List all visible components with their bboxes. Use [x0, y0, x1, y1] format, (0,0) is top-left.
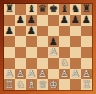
square-e2[interactable] — [48, 69, 59, 80]
square-g1[interactable] — [70, 79, 81, 90]
square-h7[interactable]: ♟ — [81, 15, 92, 26]
square-e3[interactable] — [48, 58, 59, 69]
piece-black-rook[interactable]: ♜ — [5, 4, 14, 14]
piece-white-rook[interactable]: ♖ — [82, 79, 91, 89]
piece-white-pawn[interactable]: ♙ — [71, 69, 80, 79]
piece-white-king[interactable]: ♔ — [49, 79, 58, 89]
square-f5[interactable] — [59, 36, 70, 47]
square-e6[interactable] — [48, 26, 59, 37]
square-d4[interactable] — [37, 47, 48, 58]
square-c7[interactable]: ♟ — [26, 15, 37, 26]
piece-black-king[interactable]: ♚ — [49, 4, 58, 14]
square-h1[interactable]: ♖ — [81, 79, 92, 90]
square-a4[interactable] — [4, 47, 15, 58]
piece-black-rook[interactable]: ♜ — [82, 4, 91, 14]
square-b3[interactable] — [15, 58, 26, 69]
piece-black-knight[interactable]: ♞ — [71, 4, 80, 14]
square-d1[interactable]: ♕ — [37, 79, 48, 90]
square-b5[interactable] — [15, 36, 26, 47]
square-f1[interactable] — [59, 79, 70, 90]
square-b4[interactable] — [15, 47, 26, 58]
square-g5[interactable] — [70, 36, 81, 47]
square-d8[interactable]: ♛ — [37, 4, 48, 15]
piece-white-pawn[interactable]: ♙ — [60, 69, 69, 79]
piece-black-pawn[interactable]: ♟ — [49, 36, 58, 46]
square-b8[interactable] — [15, 4, 26, 15]
square-a8[interactable]: ♜ — [4, 4, 15, 15]
square-a1[interactable]: ♖ — [4, 79, 15, 90]
square-h4[interactable] — [81, 47, 92, 58]
chess-board: ♜♝♛♚♝♞♜♟♟♟♟♟♟♟♟♙♘♙♙♙♙♙♙♙♖♘♗♕♔♖ — [4, 4, 92, 90]
square-d5[interactable] — [37, 36, 48, 47]
piece-black-pawn[interactable]: ♟ — [82, 15, 91, 25]
square-f4[interactable] — [59, 47, 70, 58]
square-h2[interactable]: ♙ — [81, 69, 92, 80]
square-a7[interactable] — [4, 15, 15, 26]
square-f6[interactable] — [59, 26, 70, 37]
square-g4[interactable] — [70, 47, 81, 58]
square-a6[interactable]: ♟ — [4, 26, 15, 37]
square-a5[interactable] — [4, 36, 15, 47]
piece-white-knight[interactable]: ♘ — [16, 79, 25, 89]
piece-black-pawn[interactable]: ♟ — [27, 26, 36, 36]
square-g8[interactable]: ♞ — [70, 4, 81, 15]
piece-white-pawn[interactable]: ♙ — [49, 47, 58, 57]
square-c8[interactable]: ♝ — [26, 4, 37, 15]
square-d7[interactable] — [37, 15, 48, 26]
piece-white-bishop[interactable]: ♗ — [27, 79, 36, 89]
square-g7[interactable]: ♟ — [70, 15, 81, 26]
square-b2[interactable]: ♙ — [15, 69, 26, 80]
square-f3[interactable]: ♘ — [59, 58, 70, 69]
square-f8[interactable]: ♝ — [59, 4, 70, 15]
square-e8[interactable]: ♚ — [48, 4, 59, 15]
square-g3[interactable] — [70, 58, 81, 69]
square-c1[interactable]: ♗ — [26, 79, 37, 90]
piece-white-rook[interactable]: ♖ — [5, 79, 14, 89]
piece-white-pawn[interactable]: ♙ — [5, 69, 14, 79]
piece-black-pawn[interactable]: ♟ — [5, 26, 14, 36]
piece-black-bishop[interactable]: ♝ — [60, 4, 69, 14]
piece-white-knight[interactable]: ♘ — [60, 58, 69, 68]
square-h8[interactable]: ♜ — [81, 4, 92, 15]
square-c3[interactable] — [26, 58, 37, 69]
square-c2[interactable]: ♙ — [26, 69, 37, 80]
square-d6[interactable] — [37, 26, 48, 37]
piece-white-pawn[interactable]: ♙ — [38, 69, 47, 79]
square-f7[interactable]: ♟ — [59, 15, 70, 26]
square-d2[interactable]: ♙ — [37, 69, 48, 80]
square-b1[interactable]: ♘ — [15, 79, 26, 90]
square-d3[interactable] — [37, 58, 48, 69]
chess-board-frame: ♜♝♛♚♝♞♜♟♟♟♟♟♟♟♟♙♘♙♙♙♙♙♙♙♖♘♗♕♔♖ — [0, 0, 96, 94]
square-g6[interactable] — [70, 26, 81, 37]
piece-white-pawn[interactable]: ♙ — [82, 69, 91, 79]
square-a3[interactable] — [4, 58, 15, 69]
piece-black-bishop[interactable]: ♝ — [27, 4, 36, 14]
square-h3[interactable] — [81, 58, 92, 69]
square-b6[interactable] — [15, 26, 26, 37]
square-c4[interactable] — [26, 47, 37, 58]
square-e7[interactable] — [48, 15, 59, 26]
piece-black-pawn[interactable]: ♟ — [71, 15, 80, 25]
piece-black-pawn[interactable]: ♟ — [16, 15, 25, 25]
piece-white-queen[interactable]: ♕ — [38, 79, 47, 89]
square-e4[interactable]: ♙ — [48, 47, 59, 58]
square-a2[interactable]: ♙ — [4, 69, 15, 80]
piece-black-pawn[interactable]: ♟ — [60, 15, 69, 25]
piece-white-pawn[interactable]: ♙ — [16, 69, 25, 79]
piece-black-queen[interactable]: ♛ — [38, 4, 47, 14]
square-g2[interactable]: ♙ — [70, 69, 81, 80]
square-b7[interactable]: ♟ — [15, 15, 26, 26]
square-h5[interactable] — [81, 36, 92, 47]
square-h6[interactable] — [81, 26, 92, 37]
piece-white-pawn[interactable]: ♙ — [27, 69, 36, 79]
square-f2[interactable]: ♙ — [59, 69, 70, 80]
square-c5[interactable] — [26, 36, 37, 47]
square-e5[interactable]: ♟ — [48, 36, 59, 47]
square-e1[interactable]: ♔ — [48, 79, 59, 90]
piece-black-pawn[interactable]: ♟ — [27, 15, 36, 25]
square-c6[interactable]: ♟ — [26, 26, 37, 37]
